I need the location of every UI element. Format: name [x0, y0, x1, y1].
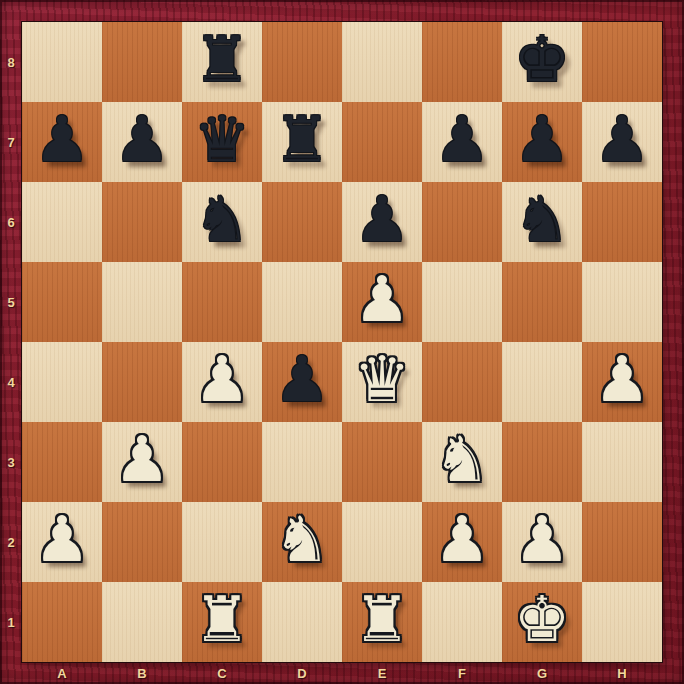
square-f5[interactable] — [422, 262, 502, 342]
black-pawn-d4[interactable]: ♟ — [274, 340, 330, 420]
black-pawn-f7[interactable]: ♟ — [434, 100, 490, 180]
white-pawn-h4[interactable]: ♟ — [594, 340, 650, 420]
square-d8[interactable] — [262, 22, 342, 102]
file-label-g: G — [502, 662, 582, 684]
square-f8[interactable] — [422, 22, 502, 102]
rank-label-8: 8 — [0, 22, 22, 102]
square-d7[interactable]: ♜ — [262, 102, 342, 182]
square-a3[interactable] — [22, 422, 102, 502]
file-label-h: H — [582, 662, 662, 684]
square-a2[interactable]: ♟ — [22, 502, 102, 582]
square-c8[interactable]: ♜ — [182, 22, 262, 102]
white-pawn-e5[interactable]: ♟ — [354, 260, 410, 340]
square-f6[interactable] — [422, 182, 502, 262]
square-c7[interactable]: ♛ — [182, 102, 262, 182]
square-d2[interactable]: ♞ — [262, 502, 342, 582]
rank-label-2: 2 — [0, 502, 22, 582]
square-g7[interactable]: ♟ — [502, 102, 582, 182]
square-b3[interactable]: ♟ — [102, 422, 182, 502]
white-rook-e1[interactable]: ♜ — [354, 580, 410, 660]
square-e2[interactable] — [342, 502, 422, 582]
square-c5[interactable] — [182, 262, 262, 342]
square-h7[interactable]: ♟ — [582, 102, 662, 182]
square-e5[interactable]: ♟ — [342, 262, 422, 342]
rank-label-4: 4 — [0, 342, 22, 422]
square-h8[interactable] — [582, 22, 662, 102]
square-c6[interactable]: ♞ — [182, 182, 262, 262]
rank-label-7: 7 — [0, 102, 22, 182]
black-rook-d7[interactable]: ♜ — [274, 100, 330, 180]
square-h5[interactable] — [582, 262, 662, 342]
square-b8[interactable] — [102, 22, 182, 102]
rank-label-1: 1 — [0, 582, 22, 662]
black-pawn-e6[interactable]: ♟ — [354, 180, 410, 260]
square-e8[interactable] — [342, 22, 422, 102]
square-d5[interactable] — [262, 262, 342, 342]
rank-labels: 87654321 — [0, 22, 22, 662]
white-pawn-a2[interactable]: ♟ — [34, 500, 90, 580]
file-label-b: B — [102, 662, 182, 684]
black-pawn-g7[interactable]: ♟ — [514, 100, 570, 180]
file-label-e: E — [342, 662, 422, 684]
square-c2[interactable] — [182, 502, 262, 582]
square-h6[interactable] — [582, 182, 662, 262]
black-pawn-b7[interactable]: ♟ — [114, 100, 170, 180]
square-e4[interactable]: ♛ — [342, 342, 422, 422]
square-d3[interactable] — [262, 422, 342, 502]
white-queen-e4[interactable]: ♛ — [354, 340, 410, 420]
black-knight-g6[interactable]: ♞ — [514, 180, 570, 260]
square-f2[interactable]: ♟ — [422, 502, 502, 582]
rank-label-6: 6 — [0, 182, 22, 262]
square-g2[interactable]: ♟ — [502, 502, 582, 582]
white-rook-c1[interactable]: ♜ — [194, 580, 250, 660]
square-a1[interactable] — [22, 582, 102, 662]
square-b1[interactable] — [102, 582, 182, 662]
white-pawn-c4[interactable]: ♟ — [194, 340, 250, 420]
square-b7[interactable]: ♟ — [102, 102, 182, 182]
white-pawn-g2[interactable]: ♟ — [514, 500, 570, 580]
square-f4[interactable] — [422, 342, 502, 422]
file-label-a: A — [22, 662, 102, 684]
square-g1[interactable]: ♚ — [502, 582, 582, 662]
white-knight-d2[interactable]: ♞ — [274, 500, 330, 580]
square-a6[interactable] — [22, 182, 102, 262]
square-a4[interactable] — [22, 342, 102, 422]
file-label-d: D — [262, 662, 342, 684]
square-a5[interactable] — [22, 262, 102, 342]
square-g5[interactable] — [502, 262, 582, 342]
rank-label-5: 5 — [0, 262, 22, 342]
square-e6[interactable]: ♟ — [342, 182, 422, 262]
square-d1[interactable] — [262, 582, 342, 662]
black-knight-c6[interactable]: ♞ — [194, 180, 250, 260]
square-g8[interactable]: ♚ — [502, 22, 582, 102]
square-c3[interactable] — [182, 422, 262, 502]
file-label-c: C — [182, 662, 262, 684]
square-g3[interactable] — [502, 422, 582, 502]
square-c4[interactable]: ♟ — [182, 342, 262, 422]
square-h3[interactable] — [582, 422, 662, 502]
square-g4[interactable] — [502, 342, 582, 422]
white-knight-f3[interactable]: ♞ — [434, 420, 490, 500]
square-e7[interactable] — [342, 102, 422, 182]
file-labels: ABCDEFGH — [22, 662, 662, 684]
square-b2[interactable] — [102, 502, 182, 582]
square-b5[interactable] — [102, 262, 182, 342]
white-pawn-b3[interactable]: ♟ — [114, 420, 170, 500]
black-pawn-a7[interactable]: ♟ — [34, 100, 90, 180]
white-pawn-f2[interactable]: ♟ — [434, 500, 490, 580]
chessboard-frame: 87654321 ♜♚♟♟♛♜♟♟♟♞♟♞♟♟♟♛♟♟♞♟♞♟♟♜♜♚ ABCD… — [0, 0, 684, 684]
square-g6[interactable]: ♞ — [502, 182, 582, 262]
square-a7[interactable]: ♟ — [22, 102, 102, 182]
square-h2[interactable] — [582, 502, 662, 582]
white-king-g1[interactable]: ♚ — [514, 580, 570, 660]
square-a8[interactable] — [22, 22, 102, 102]
square-h4[interactable]: ♟ — [582, 342, 662, 422]
black-pawn-h7[interactable]: ♟ — [594, 100, 650, 180]
square-b4[interactable] — [102, 342, 182, 422]
black-king-g8[interactable]: ♚ — [514, 20, 570, 100]
black-rook-c8[interactable]: ♜ — [194, 20, 250, 100]
square-e1[interactable]: ♜ — [342, 582, 422, 662]
square-d4[interactable]: ♟ — [262, 342, 342, 422]
square-c1[interactable]: ♜ — [182, 582, 262, 662]
square-f3[interactable]: ♞ — [422, 422, 502, 502]
square-b6[interactable] — [102, 182, 182, 262]
chessboard[interactable]: ♜♚♟♟♛♜♟♟♟♞♟♞♟♟♟♛♟♟♞♟♞♟♟♜♜♚ — [22, 22, 662, 662]
square-e3[interactable] — [342, 422, 422, 502]
file-label-f: F — [422, 662, 502, 684]
square-f1[interactable] — [422, 582, 502, 662]
square-h1[interactable] — [582, 582, 662, 662]
rank-label-3: 3 — [0, 422, 22, 502]
square-f7[interactable]: ♟ — [422, 102, 502, 182]
black-queen-c7[interactable]: ♛ — [194, 100, 250, 180]
square-d6[interactable] — [262, 182, 342, 262]
